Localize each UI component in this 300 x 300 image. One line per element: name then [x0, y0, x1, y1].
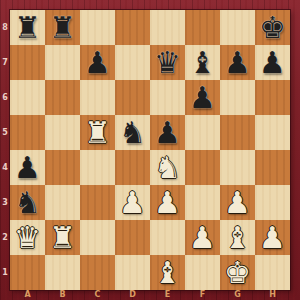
square-g1[interactable]: ♚	[220, 255, 255, 290]
white-pawn-g3[interactable]: ♟	[220, 185, 255, 220]
square-e7[interactable]: ♛	[150, 45, 185, 80]
file-label-f: F	[185, 290, 220, 300]
square-b1[interactable]	[45, 255, 80, 290]
square-d7[interactable]	[115, 45, 150, 80]
square-a6[interactable]	[10, 80, 45, 115]
black-pawn-g7[interactable]: ♟	[220, 45, 255, 80]
square-d3[interactable]: ♟	[115, 185, 150, 220]
white-bishop-e1[interactable]: ♝	[150, 255, 185, 290]
square-b5[interactable]	[45, 115, 80, 150]
file-label-d: D	[115, 290, 150, 300]
white-pawn-h2[interactable]: ♟	[255, 220, 290, 255]
square-a1[interactable]	[10, 255, 45, 290]
black-pawn-c7[interactable]: ♟	[80, 45, 115, 80]
black-knight-d5[interactable]: ♞	[115, 115, 150, 150]
black-pawn-f6[interactable]: ♟	[185, 80, 220, 115]
square-e6[interactable]	[150, 80, 185, 115]
square-a2[interactable]: ♛	[10, 220, 45, 255]
rank-label-7: 7	[0, 45, 10, 80]
square-h6[interactable]	[255, 80, 290, 115]
square-c2[interactable]	[80, 220, 115, 255]
white-rook-b2[interactable]: ♜	[45, 220, 80, 255]
file-label-g: G	[220, 290, 255, 300]
white-rook-c5[interactable]: ♜	[80, 115, 115, 150]
file-label-h: H	[255, 290, 290, 300]
file-label-e: E	[150, 290, 185, 300]
square-a5[interactable]	[10, 115, 45, 150]
square-b4[interactable]	[45, 150, 80, 185]
square-f2[interactable]: ♟	[185, 220, 220, 255]
square-e3[interactable]: ♟	[150, 185, 185, 220]
square-b6[interactable]	[45, 80, 80, 115]
square-g8[interactable]	[220, 10, 255, 45]
square-g2[interactable]: ♝	[220, 220, 255, 255]
square-b7[interactable]	[45, 45, 80, 80]
rank-label-2: 2	[0, 220, 10, 255]
rank-label-8: 8	[0, 10, 10, 45]
square-h3[interactable]	[255, 185, 290, 220]
white-king-g1[interactable]: ♚	[220, 255, 255, 290]
white-bishop-g2[interactable]: ♝	[220, 220, 255, 255]
black-pawn-a4[interactable]: ♟	[10, 150, 45, 185]
square-h7[interactable]: ♟	[255, 45, 290, 80]
square-b8[interactable]: ♜	[45, 10, 80, 45]
square-d4[interactable]	[115, 150, 150, 185]
rank-label-4: 4	[0, 150, 10, 185]
square-d6[interactable]	[115, 80, 150, 115]
black-queen-e7[interactable]: ♛	[150, 45, 185, 80]
square-a3[interactable]: ♞	[10, 185, 45, 220]
square-d5[interactable]: ♞	[115, 115, 150, 150]
square-c3[interactable]	[80, 185, 115, 220]
square-f3[interactable]	[185, 185, 220, 220]
square-d8[interactable]	[115, 10, 150, 45]
square-f1[interactable]	[185, 255, 220, 290]
square-b3[interactable]	[45, 185, 80, 220]
square-g6[interactable]	[220, 80, 255, 115]
square-e4[interactable]: ♞	[150, 150, 185, 185]
square-b2[interactable]: ♜	[45, 220, 80, 255]
white-queen-a2[interactable]: ♛	[10, 220, 45, 255]
square-f6[interactable]: ♟	[185, 80, 220, 115]
square-c4[interactable]	[80, 150, 115, 185]
square-e2[interactable]	[150, 220, 185, 255]
black-rook-a8[interactable]: ♜	[10, 10, 45, 45]
chessboard: ♜♜♚♟♛♝♟♟♟♜♞♟♟♞♞♟♟♟♛♜♟♝♟♝♚	[10, 10, 290, 290]
file-label-c: C	[80, 290, 115, 300]
square-h5[interactable]	[255, 115, 290, 150]
black-rook-b8[interactable]: ♜	[45, 10, 80, 45]
square-c5[interactable]: ♜	[80, 115, 115, 150]
rank-label-5: 5	[0, 115, 10, 150]
square-a4[interactable]: ♟	[10, 150, 45, 185]
square-h4[interactable]	[255, 150, 290, 185]
black-pawn-e5[interactable]: ♟	[150, 115, 185, 150]
black-knight-a3[interactable]: ♞	[10, 185, 45, 220]
square-f7[interactable]: ♝	[185, 45, 220, 80]
white-knight-e4[interactable]: ♞	[150, 150, 185, 185]
rank-label-1: 1	[0, 255, 10, 290]
white-pawn-e3[interactable]: ♟	[150, 185, 185, 220]
white-pawn-f2[interactable]: ♟	[185, 220, 220, 255]
board-frame: ♜♜♚♟♛♝♟♟♟♜♞♟♟♞♞♟♟♟♛♜♟♝♟♝♚ 87654321ABCDEF…	[0, 0, 300, 300]
file-label-a: A	[10, 290, 45, 300]
file-label-b: B	[45, 290, 80, 300]
rank-label-3: 3	[0, 185, 10, 220]
square-e1[interactable]: ♝	[150, 255, 185, 290]
square-h1[interactable]	[255, 255, 290, 290]
square-a8[interactable]: ♜	[10, 10, 45, 45]
square-g4[interactable]	[220, 150, 255, 185]
square-c8[interactable]	[80, 10, 115, 45]
square-g3[interactable]: ♟	[220, 185, 255, 220]
square-h2[interactable]: ♟	[255, 220, 290, 255]
square-d1[interactable]	[115, 255, 150, 290]
square-g5[interactable]	[220, 115, 255, 150]
square-f8[interactable]	[185, 10, 220, 45]
square-f4[interactable]	[185, 150, 220, 185]
square-a7[interactable]	[10, 45, 45, 80]
square-e8[interactable]	[150, 10, 185, 45]
black-bishop-f7[interactable]: ♝	[185, 45, 220, 80]
square-h8[interactable]: ♚	[255, 10, 290, 45]
square-f5[interactable]	[185, 115, 220, 150]
square-g7[interactable]: ♟	[220, 45, 255, 80]
black-pawn-h7[interactable]: ♟	[255, 45, 290, 80]
black-king-h8[interactable]: ♚	[255, 10, 290, 45]
square-e5[interactable]: ♟	[150, 115, 185, 150]
white-pawn-d3[interactable]: ♟	[115, 185, 150, 220]
rank-label-6: 6	[0, 80, 10, 115]
square-c1[interactable]	[80, 255, 115, 290]
square-d2[interactable]	[115, 220, 150, 255]
square-c6[interactable]	[80, 80, 115, 115]
square-c7[interactable]: ♟	[80, 45, 115, 80]
